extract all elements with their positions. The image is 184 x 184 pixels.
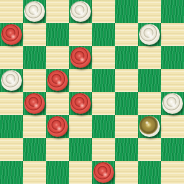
square-f7 (115, 23, 138, 46)
square-b4[interactable] (23, 92, 46, 115)
red-man-d6[interactable] (70, 47, 91, 68)
red-man-d4[interactable] (70, 93, 91, 114)
square-b1 (23, 161, 46, 184)
square-h7 (161, 23, 184, 46)
square-e5[interactable] (92, 69, 115, 92)
square-h3 (161, 115, 184, 138)
square-f5 (115, 69, 138, 92)
square-e1[interactable] (92, 161, 115, 184)
square-h8[interactable] (161, 0, 184, 23)
square-g3[interactable] (138, 115, 161, 138)
white-man-b8[interactable] (24, 1, 45, 22)
square-f3 (115, 115, 138, 138)
square-f4[interactable] (115, 92, 138, 115)
square-a3[interactable] (0, 115, 23, 138)
square-e7[interactable] (92, 23, 115, 46)
square-c1[interactable] (46, 161, 69, 184)
square-d6[interactable] (69, 46, 92, 69)
square-d7 (69, 23, 92, 46)
square-g4 (138, 92, 161, 115)
square-d1 (69, 161, 92, 184)
square-b5 (23, 69, 46, 92)
square-c2 (46, 138, 69, 161)
white-man-g7[interactable] (139, 24, 160, 45)
square-h6[interactable] (161, 46, 184, 69)
square-a6 (0, 46, 23, 69)
square-c4 (46, 92, 69, 115)
square-d2[interactable] (69, 138, 92, 161)
white-man-h4[interactable] (162, 93, 183, 114)
square-f2[interactable] (115, 138, 138, 161)
square-c3[interactable] (46, 115, 69, 138)
square-d8[interactable] (69, 0, 92, 23)
square-a5[interactable] (0, 69, 23, 92)
red-man-a7[interactable] (1, 24, 22, 45)
square-a2 (0, 138, 23, 161)
square-c6 (46, 46, 69, 69)
square-g5[interactable] (138, 69, 161, 92)
square-a7[interactable] (0, 23, 23, 46)
square-h5 (161, 69, 184, 92)
square-a1[interactable] (0, 161, 23, 184)
square-b3 (23, 115, 46, 138)
square-e2 (92, 138, 115, 161)
red-man-b4[interactable] (24, 93, 45, 114)
square-h1 (161, 161, 184, 184)
square-e4 (92, 92, 115, 115)
square-b8[interactable] (23, 0, 46, 23)
square-d3 (69, 115, 92, 138)
square-e6 (92, 46, 115, 69)
red-man-c3[interactable] (47, 116, 68, 137)
square-a4 (0, 92, 23, 115)
square-b6[interactable] (23, 46, 46, 69)
white-man-d8[interactable] (70, 1, 91, 22)
red-man-e1[interactable] (93, 162, 114, 183)
square-f1 (115, 161, 138, 184)
square-d5 (69, 69, 92, 92)
square-d4[interactable] (69, 92, 92, 115)
square-e8 (92, 0, 115, 23)
square-a8 (0, 0, 23, 23)
checkers-board (0, 0, 184, 184)
square-g2 (138, 138, 161, 161)
square-b7 (23, 23, 46, 46)
square-b2[interactable] (23, 138, 46, 161)
white-man-a5[interactable] (1, 70, 22, 91)
square-c7[interactable] (46, 23, 69, 46)
square-h2[interactable] (161, 138, 184, 161)
square-g1[interactable] (138, 161, 161, 184)
square-h4[interactable] (161, 92, 184, 115)
square-e3[interactable] (92, 115, 115, 138)
square-c5[interactable] (46, 69, 69, 92)
square-g6 (138, 46, 161, 69)
square-g7[interactable] (138, 23, 161, 46)
square-f8[interactable] (115, 0, 138, 23)
red-man-c5[interactable] (47, 70, 68, 91)
square-g8 (138, 0, 161, 23)
square-f6[interactable] (115, 46, 138, 69)
white-king-g3[interactable] (139, 116, 160, 137)
square-c8 (46, 0, 69, 23)
